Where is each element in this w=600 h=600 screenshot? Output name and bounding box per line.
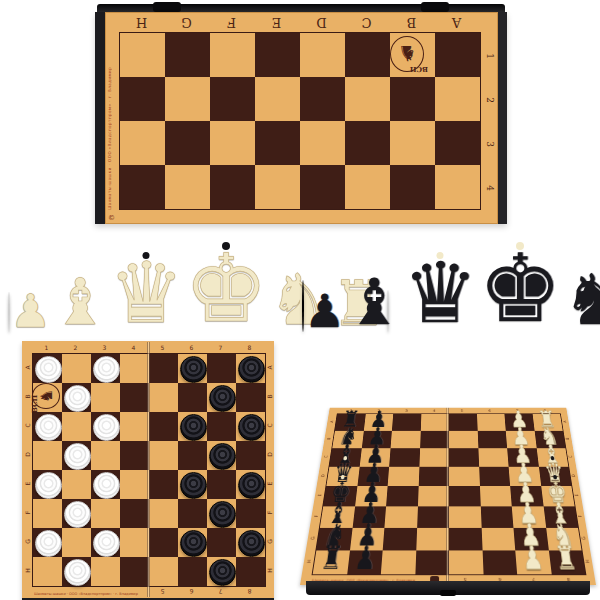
square: [149, 412, 178, 441]
square: ♜: [548, 550, 585, 574]
box-file-letters: ABCDEFGH: [119, 13, 479, 32]
finial-tip: [553, 475, 557, 479]
column-number: 7: [206, 586, 235, 597]
file-letter: G: [164, 13, 209, 32]
black-checker: [238, 414, 265, 441]
square: [236, 528, 265, 557]
square: [178, 528, 207, 557]
square: [120, 412, 149, 441]
square: [207, 528, 236, 557]
square: [120, 499, 149, 528]
vsp-logo: ♞ВСП: [390, 37, 424, 71]
square: [300, 165, 345, 209]
fold-line: [446, 408, 449, 585]
white-checker: [93, 530, 120, 557]
box-rank-numbers: 1234: [482, 34, 497, 210]
square: [435, 121, 480, 165]
column-number: 2: [61, 342, 90, 353]
column-number: 5: [148, 586, 177, 597]
square: [120, 121, 165, 165]
black-checker: [209, 443, 236, 470]
square: [33, 441, 62, 470]
square: [207, 412, 236, 441]
square: [236, 557, 265, 586]
square: [236, 383, 265, 412]
square: [417, 486, 448, 506]
square: [449, 550, 483, 574]
square: [300, 33, 345, 77]
box-checker-grid: ♞ВСП: [119, 32, 481, 210]
square: [479, 467, 510, 486]
square: [345, 165, 390, 209]
square: [420, 431, 449, 449]
square: [389, 448, 420, 466]
square: [91, 383, 120, 412]
square: [345, 33, 390, 77]
square: [435, 77, 480, 121]
square: [91, 557, 120, 586]
square: [345, 77, 390, 121]
black-queen: ♛: [403, 256, 478, 332]
black-checker: [238, 472, 265, 499]
column-number: 1: [32, 342, 61, 353]
checkers-board: 12345678 ABCDEFGH ABCDEFGH ♞ВСП Шахматы-…: [22, 341, 274, 600]
finial-tip: [516, 242, 524, 250]
square: [91, 412, 120, 441]
square: [91, 354, 120, 383]
column-number: 8: [235, 586, 264, 597]
white-checker: [64, 559, 91, 586]
white-pieces-lineup: ♟♝♛♚♞♜: [8, 238, 294, 332]
checkers-left-letters: ABCDEFGH: [22, 353, 32, 585]
square: [149, 557, 178, 586]
square: [449, 486, 480, 506]
square: [482, 550, 517, 574]
vsp-logo: ♞ВСП: [33, 383, 59, 409]
square: ♞ВСП: [33, 383, 62, 412]
finial-tip: [437, 252, 444, 259]
white-king: ♚: [184, 247, 268, 332]
square: [178, 470, 207, 499]
square: [236, 441, 265, 470]
square: [236, 354, 265, 383]
square: [300, 77, 345, 121]
black-checker: [209, 501, 236, 528]
square: [210, 33, 255, 77]
white-checker: [35, 356, 62, 383]
square: [178, 441, 207, 470]
square: [178, 557, 207, 586]
file-letter: E: [254, 13, 299, 32]
square: [120, 470, 149, 499]
square: [255, 165, 300, 209]
square: [178, 412, 207, 441]
square: [449, 528, 482, 551]
square: [390, 121, 435, 165]
file-letter: H: [119, 13, 164, 32]
checkers-bottom-numbers: 5678: [148, 586, 264, 597]
white-checker: [64, 385, 91, 412]
square: [33, 499, 62, 528]
square: [435, 33, 480, 77]
square: [418, 467, 449, 486]
vsp-logo-text: ВСП: [30, 395, 39, 413]
fold-line: [147, 342, 150, 597]
square: [449, 414, 477, 431]
square: [478, 448, 509, 466]
square: [149, 383, 178, 412]
finial-tip: [341, 475, 345, 479]
square: [207, 441, 236, 470]
square: [392, 414, 421, 431]
square: [33, 354, 62, 383]
chess-board-assembly: 12345678 ABCDEFGH ABCDEFGH ♜♟♟♜♞♟♟♞♝♟♟♝♛…: [300, 338, 596, 600]
square: ♞ВСП: [390, 33, 435, 77]
square: [300, 121, 345, 165]
black-pawn: ♟: [347, 543, 384, 575]
black-checker: [209, 559, 236, 586]
square: [149, 470, 178, 499]
white-checker: [93, 356, 120, 383]
square: [165, 77, 210, 121]
square: ♟: [515, 550, 551, 574]
finial-tip: [550, 456, 554, 460]
square: [149, 441, 178, 470]
chess-play-grid: ♜♟♟♜♞♟♟♞♝♟♟♝♛♟♟♛♚♟♟♚♝♟♟♝♞♟♟♞♜♟♟♜: [312, 413, 587, 575]
square: [120, 77, 165, 121]
square: [449, 506, 481, 527]
black-checker: [238, 356, 265, 383]
square: [477, 414, 506, 431]
closed-chess-box: Шахматы-шашки · ООО «Владспортпром» · г.…: [95, 4, 507, 224]
square: [255, 33, 300, 77]
white-checker: [64, 501, 91, 528]
square: [210, 77, 255, 121]
black-rook: ♜: [313, 543, 351, 575]
square: [449, 467, 480, 486]
square: [390, 77, 435, 121]
square: [62, 470, 91, 499]
finial-tip: [343, 456, 347, 460]
clasp-icon: [440, 590, 456, 596]
white-queen: ♛: [109, 256, 184, 332]
square: [236, 470, 265, 499]
black-pawn: ♟: [304, 291, 345, 332]
square: [178, 354, 207, 383]
black-bishop: ♝: [345, 274, 402, 332]
file-letter: D: [299, 13, 344, 32]
square: [62, 383, 91, 412]
square: [391, 431, 421, 449]
square: [120, 441, 149, 470]
square: [255, 121, 300, 165]
column-number: 6: [177, 342, 206, 353]
square: [178, 383, 207, 412]
square: [149, 528, 178, 557]
black-checker: [209, 385, 236, 412]
square: ♜: [313, 550, 350, 574]
file-letter: A: [434, 13, 479, 32]
square: [449, 431, 478, 449]
square: [207, 557, 236, 586]
white-pawn: ♟: [10, 291, 51, 332]
square: [417, 506, 449, 527]
column-number: 8: [235, 342, 264, 353]
square: [62, 528, 91, 557]
square: [383, 528, 417, 551]
square: [207, 470, 236, 499]
square: [120, 557, 149, 586]
square: [386, 486, 418, 506]
square: [165, 165, 210, 209]
square: [91, 528, 120, 557]
square: [120, 33, 165, 77]
square: [178, 499, 207, 528]
finial-tip: [222, 242, 230, 250]
square: [481, 528, 515, 551]
column-number: 5: [148, 342, 177, 353]
manufacturer-text-vertical: Шахматы-шашки · ООО «Владспортпром» · г.…: [107, 30, 116, 210]
copyright-stamp-icon: ©: [108, 214, 115, 222]
white-rook: ♜: [547, 543, 585, 575]
black-checker: [238, 530, 265, 557]
square: [480, 506, 513, 527]
square: [33, 470, 62, 499]
white-checker: [93, 472, 120, 499]
white-checker: [35, 530, 62, 557]
square: [390, 165, 435, 209]
column-number: 7: [206, 342, 235, 353]
square: [207, 354, 236, 383]
square: [477, 431, 507, 449]
black-pieces-lineup: ♟♝♛♚♞♜: [302, 234, 594, 332]
square: [210, 121, 255, 165]
white-pawn: ♟: [515, 543, 552, 575]
file-letter: B: [389, 13, 434, 32]
square: [149, 499, 178, 528]
finial-tip: [143, 252, 150, 259]
square: [120, 383, 149, 412]
square: [62, 441, 91, 470]
square: [415, 550, 449, 574]
square: [91, 499, 120, 528]
square: [416, 528, 449, 551]
square: [33, 528, 62, 557]
black-checker: [180, 530, 207, 557]
vsp-logo-text: ВСП: [410, 65, 428, 74]
square: [62, 557, 91, 586]
chess-board: 12345678 ABCDEFGH ABCDEFGH ♜♟♟♜♞♟♟♞♝♟♟♝♛…: [300, 408, 596, 585]
square: [91, 470, 120, 499]
black-checker: [180, 414, 207, 441]
square: [435, 165, 480, 209]
square: ♟: [347, 550, 383, 574]
white-checker: [93, 414, 120, 441]
black-knight: ♞: [562, 269, 600, 332]
square: [236, 412, 265, 441]
column-number: 3: [90, 342, 119, 353]
box-face: Шахматы-шашки · ООО «Владспортпром» · г.…: [95, 12, 507, 224]
black-checker: [180, 472, 207, 499]
square: [149, 354, 178, 383]
hinge-icon: [153, 2, 181, 12]
checkers-footer-text: Шахматы-шашки · ООО «Владспортпром» · г.…: [34, 592, 142, 596]
square: [120, 354, 149, 383]
square: [62, 354, 91, 383]
square: [165, 121, 210, 165]
square: [388, 467, 419, 486]
square: [33, 557, 62, 586]
square: [207, 383, 236, 412]
black-king: ♚: [478, 247, 562, 332]
square: [381, 550, 416, 574]
square: [165, 33, 210, 77]
square: [345, 121, 390, 165]
file-letter: F: [209, 13, 254, 32]
white-bishop: ♝: [51, 274, 108, 332]
white-checker: [64, 443, 91, 470]
square: [255, 77, 300, 121]
chess-box-front-edge: [306, 581, 590, 595]
square: [449, 448, 479, 466]
square: [62, 412, 91, 441]
square: [120, 165, 165, 209]
square: [480, 486, 512, 506]
square: [236, 499, 265, 528]
column-number: 6: [177, 586, 206, 597]
square: [210, 165, 255, 209]
square: [91, 441, 120, 470]
square: [120, 528, 149, 557]
file-letter: C: [344, 13, 389, 32]
square: [33, 412, 62, 441]
white-checker: [35, 414, 62, 441]
square: [420, 414, 448, 431]
product-photo-stage: Шахматы-шашки · ООО «Владспортпром» · г.…: [0, 0, 600, 600]
square: [62, 499, 91, 528]
square: [384, 506, 417, 527]
column-number: 4: [119, 342, 148, 353]
black-checker: [180, 356, 207, 383]
hinge-icon: [421, 2, 449, 12]
square: [419, 448, 449, 466]
white-checker: [35, 472, 62, 499]
square: [207, 499, 236, 528]
